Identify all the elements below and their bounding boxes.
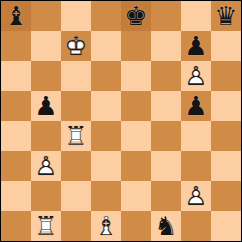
black-pawn[interactable]: ♟	[181, 91, 211, 121]
square-b5[interactable]: ♟	[31, 91, 61, 121]
square-h6[interactable]	[211, 61, 241, 91]
white-pawn-outline: ♙	[31, 151, 61, 181]
square-c7[interactable]: ♚♔	[61, 31, 91, 61]
square-d4[interactable]	[91, 121, 121, 151]
white-king[interactable]: ♚♔	[61, 31, 91, 61]
square-c5[interactable]	[61, 91, 91, 121]
square-d1[interactable]: ♝♗	[91, 211, 121, 241]
black-king-glyph: ♚	[121, 1, 151, 31]
square-e4[interactable]	[121, 121, 151, 151]
square-g7[interactable]: ♟	[181, 31, 211, 61]
square-d5[interactable]	[91, 91, 121, 121]
square-c2[interactable]	[61, 181, 91, 211]
square-d6[interactable]	[91, 61, 121, 91]
black-pawn[interactable]: ♟	[31, 91, 61, 121]
black-pawn-glyph: ♟	[31, 91, 61, 121]
white-pawn[interactable]: ♟♙	[181, 61, 211, 91]
square-f8[interactable]	[151, 1, 181, 31]
white-bishop[interactable]: ♝♗	[91, 211, 121, 241]
white-king-outline: ♔	[61, 31, 91, 61]
white-pawn-outline: ♙	[181, 181, 211, 211]
white-pawn-outline: ♙	[181, 61, 211, 91]
white-bishop-outline: ♗	[91, 211, 121, 241]
square-d8[interactable]	[91, 1, 121, 31]
square-h5[interactable]	[211, 91, 241, 121]
square-e2[interactable]	[121, 181, 151, 211]
square-a3[interactable]	[1, 151, 31, 181]
square-c1[interactable]	[61, 211, 91, 241]
square-f6[interactable]	[151, 61, 181, 91]
square-f2[interactable]	[151, 181, 181, 211]
square-h1[interactable]	[211, 211, 241, 241]
square-e1[interactable]	[121, 211, 151, 241]
black-pawn[interactable]: ♟	[181, 31, 211, 61]
square-g4[interactable]	[181, 121, 211, 151]
square-a8[interactable]: ♝	[1, 1, 31, 31]
square-a4[interactable]	[1, 121, 31, 151]
black-bishop-glyph: ♝	[1, 1, 31, 31]
square-c6[interactable]	[61, 61, 91, 91]
square-f5[interactable]	[151, 91, 181, 121]
square-c4[interactable]: ♜♖	[61, 121, 91, 151]
square-g3[interactable]	[181, 151, 211, 181]
square-e6[interactable]	[121, 61, 151, 91]
black-knight-glyph: ♞	[151, 211, 181, 241]
square-f7[interactable]	[151, 31, 181, 61]
square-e5[interactable]	[121, 91, 151, 121]
square-b4[interactable]	[31, 121, 61, 151]
square-d7[interactable]	[91, 31, 121, 61]
square-f1[interactable]: ♞	[151, 211, 181, 241]
square-c8[interactable]	[61, 1, 91, 31]
square-b8[interactable]	[31, 1, 61, 31]
square-e8[interactable]: ♚	[121, 1, 151, 31]
square-b3[interactable]: ♟♙	[31, 151, 61, 181]
square-d2[interactable]	[91, 181, 121, 211]
white-pawn[interactable]: ♟♙	[31, 151, 61, 181]
white-pawn[interactable]: ♟♙	[181, 181, 211, 211]
square-e7[interactable]	[121, 31, 151, 61]
square-e3[interactable]	[121, 151, 151, 181]
square-d3[interactable]	[91, 151, 121, 181]
square-f3[interactable]	[151, 151, 181, 181]
square-b6[interactable]	[31, 61, 61, 91]
square-h8[interactable]: ♛	[211, 1, 241, 31]
black-knight[interactable]: ♞	[151, 211, 181, 241]
square-g6[interactable]: ♟♙	[181, 61, 211, 91]
square-f4[interactable]	[151, 121, 181, 151]
square-h2[interactable]	[211, 181, 241, 211]
black-queen-glyph: ♛	[211, 1, 241, 31]
square-a5[interactable]	[1, 91, 31, 121]
square-c3[interactable]	[61, 151, 91, 181]
square-a2[interactable]	[1, 181, 31, 211]
white-rook-outline: ♖	[61, 121, 91, 151]
square-g1[interactable]	[181, 211, 211, 241]
black-bishop[interactable]: ♝	[1, 1, 31, 31]
square-g8[interactable]	[181, 1, 211, 31]
chess-board: ♝♚♛♚♔♟♟♙♟♟♜♖♟♙♟♙♜♖♝♗♞	[0, 0, 242, 242]
black-pawn-glyph: ♟	[181, 91, 211, 121]
square-a7[interactable]	[1, 31, 31, 61]
square-h4[interactable]	[211, 121, 241, 151]
square-h3[interactable]	[211, 151, 241, 181]
square-h7[interactable]	[211, 31, 241, 61]
square-a1[interactable]	[1, 211, 31, 241]
square-b2[interactable]	[31, 181, 61, 211]
white-rook[interactable]: ♜♖	[31, 211, 61, 241]
black-queen[interactable]: ♛	[211, 1, 241, 31]
square-b1[interactable]: ♜♖	[31, 211, 61, 241]
black-king[interactable]: ♚	[121, 1, 151, 31]
square-a6[interactable]	[1, 61, 31, 91]
square-b7[interactable]	[31, 31, 61, 61]
square-g2[interactable]: ♟♙	[181, 181, 211, 211]
square-g5[interactable]: ♟	[181, 91, 211, 121]
white-rook-outline: ♖	[31, 211, 61, 241]
black-pawn-glyph: ♟	[181, 31, 211, 61]
white-rook[interactable]: ♜♖	[61, 121, 91, 151]
